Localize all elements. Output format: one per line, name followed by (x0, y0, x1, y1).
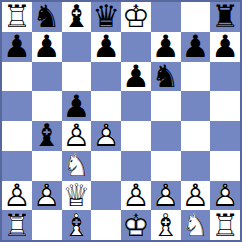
square-e4[interactable] (121, 121, 151, 151)
square-h4[interactable] (210, 121, 240, 151)
square-h1[interactable]: ♜♖ (210, 210, 240, 240)
black-pawn-icon[interactable]: ♟ (91, 32, 121, 62)
square-d6[interactable] (91, 62, 121, 92)
square-g4[interactable] (181, 121, 211, 151)
white-knight-icon[interactable]: ♞♘ (181, 210, 211, 240)
square-g2[interactable]: ♟♙ (181, 181, 211, 211)
square-f6[interactable]: ♞ (151, 62, 181, 92)
white-queen-icon[interactable]: ♛♕ (62, 181, 92, 211)
white-pawn-icon[interactable]: ♟♙ (91, 121, 121, 151)
square-d3[interactable] (91, 151, 121, 181)
square-d4[interactable]: ♟♙ (91, 121, 121, 151)
black-pawn-icon[interactable]: ♟ (121, 62, 151, 92)
white-pawn-icon[interactable]: ♟♙ (151, 181, 181, 211)
square-d1[interactable] (91, 210, 121, 240)
square-b7[interactable]: ♟ (32, 32, 62, 62)
square-f4[interactable] (151, 121, 181, 151)
white-rook-icon[interactable]: ♜♖ (210, 210, 240, 240)
square-g5[interactable] (181, 91, 211, 121)
white-pawn-icon[interactable]: ♟♙ (210, 181, 240, 211)
black-pawn-icon[interactable]: ♟ (181, 32, 211, 62)
square-e8[interactable]: ♚♔ (121, 2, 151, 32)
black-bishop-icon[interactable]: ♝ (32, 121, 62, 151)
white-pawn-icon[interactable]: ♟♙ (181, 181, 211, 211)
square-g1[interactable]: ♞♘ (181, 210, 211, 240)
black-bishop-icon[interactable]: ♝ (62, 2, 92, 32)
black-pawn-icon[interactable]: ♟ (210, 32, 240, 62)
square-f1[interactable]: ♝♗ (151, 210, 181, 240)
square-d7[interactable]: ♟ (91, 32, 121, 62)
square-b2[interactable]: ♟♙ (32, 181, 62, 211)
white-pawn-icon[interactable]: ♟♙ (2, 181, 32, 211)
square-e2[interactable]: ♟♙ (121, 181, 151, 211)
square-a7[interactable]: ♟ (2, 32, 32, 62)
square-a1[interactable]: ♜♖ (2, 210, 32, 240)
square-e1[interactable]: ♚♔ (121, 210, 151, 240)
square-h6[interactable] (210, 62, 240, 92)
square-d2[interactable] (91, 181, 121, 211)
square-b4[interactable]: ♝ (32, 121, 62, 151)
black-pawn-icon[interactable]: ♟ (32, 32, 62, 62)
square-g7[interactable]: ♟ (181, 32, 211, 62)
white-bishop-icon[interactable]: ♝♗ (62, 210, 92, 240)
black-pawn-icon[interactable]: ♟ (2, 32, 32, 62)
white-rook-icon[interactable]: ♜♖ (2, 210, 32, 240)
square-c2[interactable]: ♛♕ (62, 181, 92, 211)
square-c1[interactable]: ♝♗ (62, 210, 92, 240)
square-e6[interactable]: ♟ (121, 62, 151, 92)
chess-board: ♜♖♞♝♛♚♔♜♟♟♟♟♟♟♟♞♟♝♟♙♟♙♞♘♟♙♟♙♛♕♟♙♟♙♟♙♟♙♜♖… (0, 0, 242, 242)
square-c7[interactable] (62, 32, 92, 62)
square-b1[interactable] (32, 210, 62, 240)
square-a5[interactable] (2, 91, 32, 121)
white-king-icon[interactable]: ♚♔ (121, 210, 151, 240)
square-a6[interactable] (2, 62, 32, 92)
square-h5[interactable] (210, 91, 240, 121)
white-pawn-icon[interactable]: ♟♙ (32, 181, 62, 211)
white-king-icon[interactable]: ♚♔ (121, 2, 151, 32)
square-f2[interactable]: ♟♙ (151, 181, 181, 211)
square-h2[interactable]: ♟♙ (210, 181, 240, 211)
black-knight-icon[interactable]: ♞ (151, 62, 181, 92)
square-f5[interactable] (151, 91, 181, 121)
square-a4[interactable] (2, 121, 32, 151)
square-c8[interactable]: ♝ (62, 2, 92, 32)
square-g6[interactable] (181, 62, 211, 92)
white-bishop-icon[interactable]: ♝♗ (151, 210, 181, 240)
square-h7[interactable]: ♟ (210, 32, 240, 62)
square-e5[interactable] (121, 91, 151, 121)
square-c6[interactable] (62, 62, 92, 92)
square-a2[interactable]: ♟♙ (2, 181, 32, 211)
square-b6[interactable] (32, 62, 62, 92)
white-pawn-icon[interactable]: ♟♙ (121, 181, 151, 211)
